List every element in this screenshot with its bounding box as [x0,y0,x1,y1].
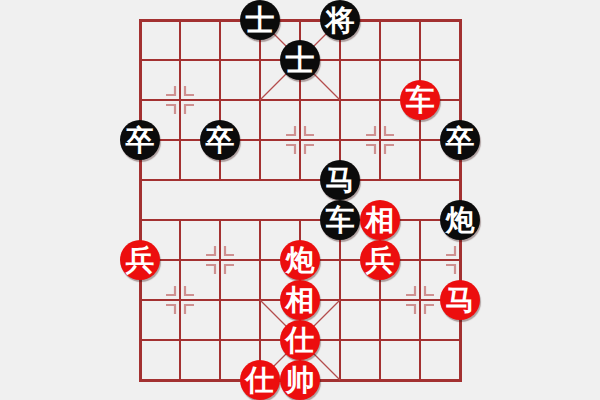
piece-red-advisor-2[interactable]: 仕 [240,360,280,400]
piece-black-advisor-1[interactable]: 士 [240,0,280,40]
piece-red-chariot[interactable]: 车 [400,80,440,120]
piece-red-horse[interactable]: 马 [440,280,480,320]
piece-black-soldier-2[interactable]: 卒 [200,120,240,160]
piece-black-advisor-2[interactable]: 士 [280,40,320,80]
piece-black-chariot[interactable]: 车 [320,200,360,240]
piece-red-elephant-2[interactable]: 相 [280,280,320,320]
piece-black-cannon[interactable]: 炮 [440,200,480,240]
piece-red-cannon[interactable]: 炮 [280,240,320,280]
piece-red-general[interactable]: 帅 [280,360,320,400]
piece-red-elephant-1[interactable]: 相 [360,200,400,240]
pieces-layer: 士将士车卒卒卒马车相炮兵炮兵相马仕仕帅 [120,0,480,400]
piece-red-soldier-2[interactable]: 兵 [360,240,400,280]
piece-black-general[interactable]: 将 [320,0,360,40]
piece-black-horse[interactable]: 马 [320,160,360,200]
piece-red-advisor-1[interactable]: 仕 [280,320,320,360]
piece-black-soldier-3[interactable]: 卒 [440,120,480,160]
piece-red-soldier-1[interactable]: 兵 [120,240,160,280]
piece-black-soldier-1[interactable]: 卒 [120,120,160,160]
xiangqi-board-screenshot: 士将士车卒卒卒马车相炮兵炮兵相马仕仕帅 [0,0,600,400]
